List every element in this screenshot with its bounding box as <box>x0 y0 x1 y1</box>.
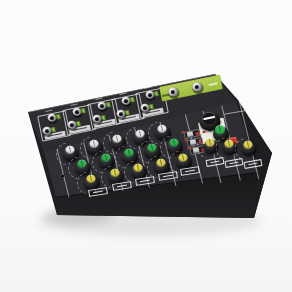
input-jack-5-hole <box>100 104 104 108</box>
input-box-1-top-mark <box>45 110 52 113</box>
input-box-3-top-mark <box>95 98 102 101</box>
input-jack-3-hole <box>75 110 79 114</box>
mixer-parts-layer <box>0 0 292 292</box>
product-photo-scene <box>0 0 292 292</box>
input-jack-7-hole <box>124 99 128 103</box>
output-jack-left-mark <box>173 98 179 100</box>
input-jack-10-hole <box>143 106 147 110</box>
input-jack-4-hole <box>70 123 74 127</box>
input-jack-8-hole <box>119 112 123 116</box>
input-box-4-top-mark <box>119 93 126 96</box>
input-jack-1-hole <box>50 116 54 120</box>
input-jack-9-hole <box>148 93 152 97</box>
output-jack-right-mark <box>197 93 203 95</box>
panel-screw <box>60 174 64 177</box>
input-box-2-top-mark <box>70 104 77 107</box>
input-jack-6-hole <box>95 117 99 121</box>
input-jack-2-hole <box>45 129 49 133</box>
input-box-5-top-mark <box>143 87 150 90</box>
